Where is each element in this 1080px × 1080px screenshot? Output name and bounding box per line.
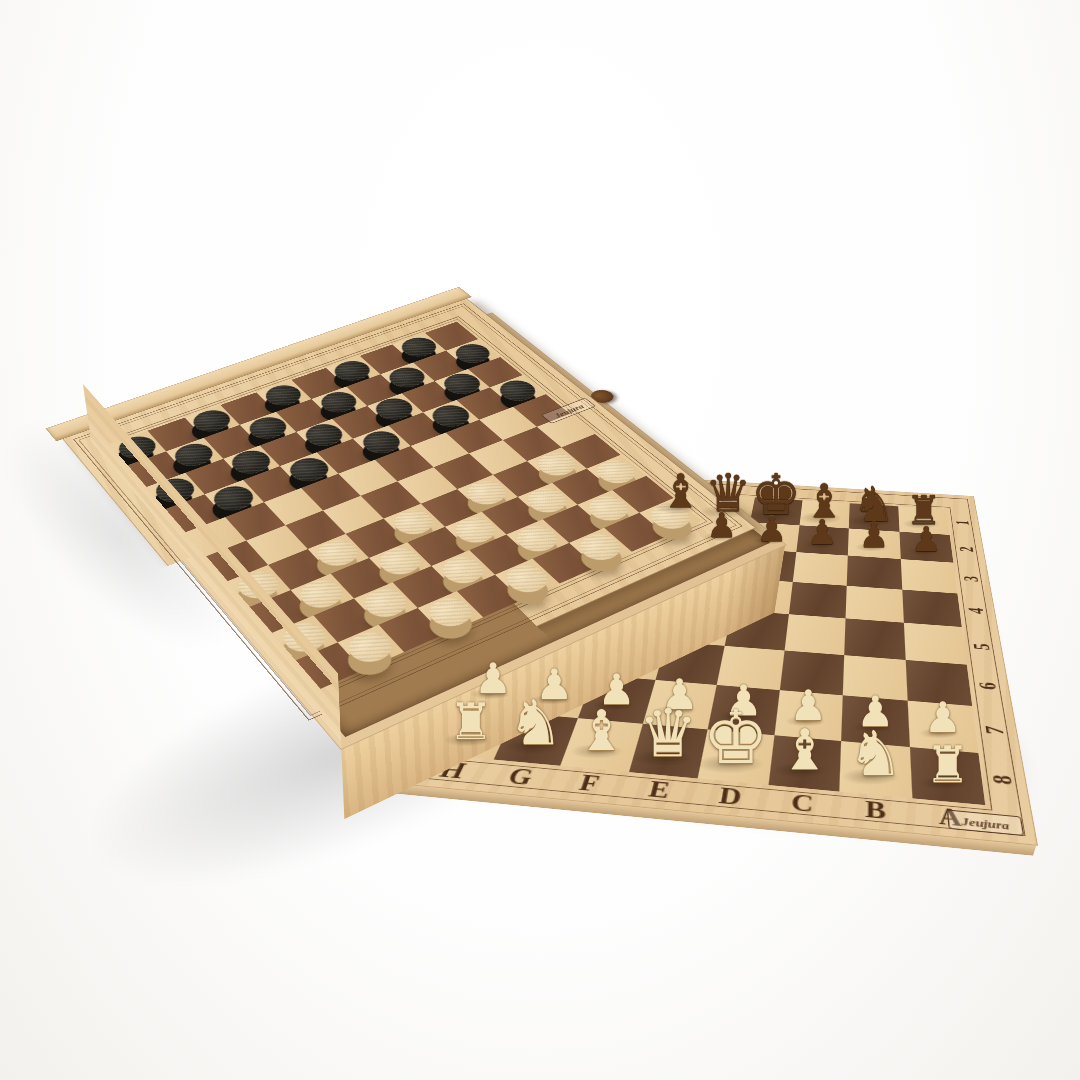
chess-square-C5[interactable] bbox=[784, 614, 845, 655]
checkers-square[interactable] bbox=[432, 550, 495, 591]
checkers-square[interactable] bbox=[285, 510, 346, 549]
light-rook-A8[interactable]: ♜ bbox=[925, 740, 970, 790]
checkers-square[interactable] bbox=[330, 558, 393, 599]
light-pawn-A7[interactable]: ♟ bbox=[924, 697, 962, 739]
checkers-square[interactable] bbox=[205, 480, 264, 517]
checkers-square[interactable] bbox=[543, 505, 605, 543]
checkers-square[interactable] bbox=[481, 497, 542, 535]
checkers-square[interactable] bbox=[225, 502, 285, 540]
checkers-square[interactable] bbox=[361, 481, 421, 518]
white-checker[interactable] bbox=[387, 505, 441, 539]
checkers-square[interactable] bbox=[495, 559, 559, 600]
checkers-square[interactable] bbox=[369, 542, 432, 582]
white-checker[interactable] bbox=[572, 530, 628, 565]
light-bishop-C8[interactable]: ♝ bbox=[779, 722, 829, 778]
checkers-square[interactable] bbox=[338, 625, 404, 670]
product-photo-scene: HGFEDCBA 12345678 78 Jeujura Jeujura ♝♛♚… bbox=[0, 0, 1080, 1080]
white-checker[interactable] bbox=[341, 627, 399, 667]
light-queen-E8[interactable]: ♛ bbox=[638, 701, 697, 767]
white-checker[interactable] bbox=[510, 521, 565, 555]
checkers-square[interactable] bbox=[418, 591, 483, 634]
checkers-square[interactable] bbox=[517, 482, 578, 519]
white-checker[interactable] bbox=[581, 492, 635, 525]
checkers-square[interactable] bbox=[421, 489, 482, 526]
checkers-square[interactable] bbox=[384, 504, 445, 542]
white-checker[interactable] bbox=[357, 584, 414, 622]
checkers-square[interactable] bbox=[307, 534, 369, 574]
rank-label-right: 3 bbox=[959, 575, 982, 582]
light-bishop-F8[interactable]: ♝ bbox=[576, 703, 626, 759]
dark-pawn-D2[interactable]: ♟ bbox=[757, 511, 787, 545]
white-checker[interactable] bbox=[520, 484, 574, 517]
white-checker[interactable] bbox=[448, 513, 502, 547]
checkers-square[interactable] bbox=[290, 574, 354, 616]
checkers-square[interactable] bbox=[264, 488, 324, 525]
white-checker[interactable] bbox=[460, 477, 513, 509]
checkers-square[interactable] bbox=[578, 490, 640, 528]
checkers-square[interactable] bbox=[470, 535, 533, 575]
checkers-square[interactable] bbox=[532, 543, 596, 583]
rank-label-right: 2 bbox=[955, 546, 977, 552]
checkers-square[interactable] bbox=[246, 525, 307, 565]
dark-pawn-C2[interactable]: ♟ bbox=[807, 515, 837, 549]
dark-bishop-F1[interactable]: ♝ bbox=[660, 469, 701, 515]
dark-pawn-B2[interactable]: ♟ bbox=[859, 518, 889, 552]
light-knight-B8[interactable]: ♞ bbox=[848, 723, 904, 785]
white-checker[interactable] bbox=[372, 544, 427, 580]
white-checker[interactable] bbox=[294, 576, 350, 613]
rank-label-right: 8 bbox=[987, 774, 1018, 786]
rank-label-right: 7 bbox=[980, 725, 1009, 736]
checkers-square[interactable] bbox=[605, 513, 668, 552]
white-checker[interactable] bbox=[311, 535, 365, 570]
checkers-square[interactable] bbox=[268, 549, 330, 590]
checkers-square[interactable] bbox=[393, 566, 457, 608]
chess-square-B4[interactable] bbox=[846, 585, 904, 622]
dark-pawn-A2[interactable]: ♟ bbox=[911, 522, 941, 556]
black-checker[interactable] bbox=[208, 482, 260, 515]
checkers-square[interactable] bbox=[323, 496, 383, 534]
white-checker[interactable] bbox=[498, 561, 554, 597]
checkers-square[interactable] bbox=[457, 575, 522, 617]
checkers-square[interactable] bbox=[354, 582, 418, 625]
checkers-square[interactable] bbox=[569, 528, 632, 568]
light-king-D8[interactable]: ♚ bbox=[703, 700, 769, 774]
checkers-square[interactable] bbox=[407, 527, 469, 567]
chess-square-B3[interactable] bbox=[847, 556, 902, 590]
white-checker[interactable] bbox=[422, 593, 479, 631]
checkers-square[interactable] bbox=[457, 475, 517, 512]
chess-square-A4[interactable] bbox=[902, 589, 962, 627]
checkers-square[interactable] bbox=[302, 474, 361, 511]
checkers-square[interactable] bbox=[378, 608, 444, 652]
chess-square-C4[interactable] bbox=[788, 582, 846, 619]
checkers-square[interactable] bbox=[346, 518, 407, 557]
checkers-square[interactable] bbox=[445, 512, 507, 551]
rank-label-right: 1 bbox=[952, 520, 973, 526]
rank-label-right: 6 bbox=[974, 681, 1001, 690]
dark-pawn-E2[interactable]: ♟ bbox=[707, 508, 737, 542]
white-checker[interactable] bbox=[435, 552, 491, 588]
light-rook-H8[interactable]: ♜ bbox=[448, 697, 493, 747]
checkers-square[interactable] bbox=[314, 599, 379, 643]
checkers-square[interactable] bbox=[506, 520, 568, 559]
light-knight-G8[interactable]: ♞ bbox=[508, 692, 564, 754]
